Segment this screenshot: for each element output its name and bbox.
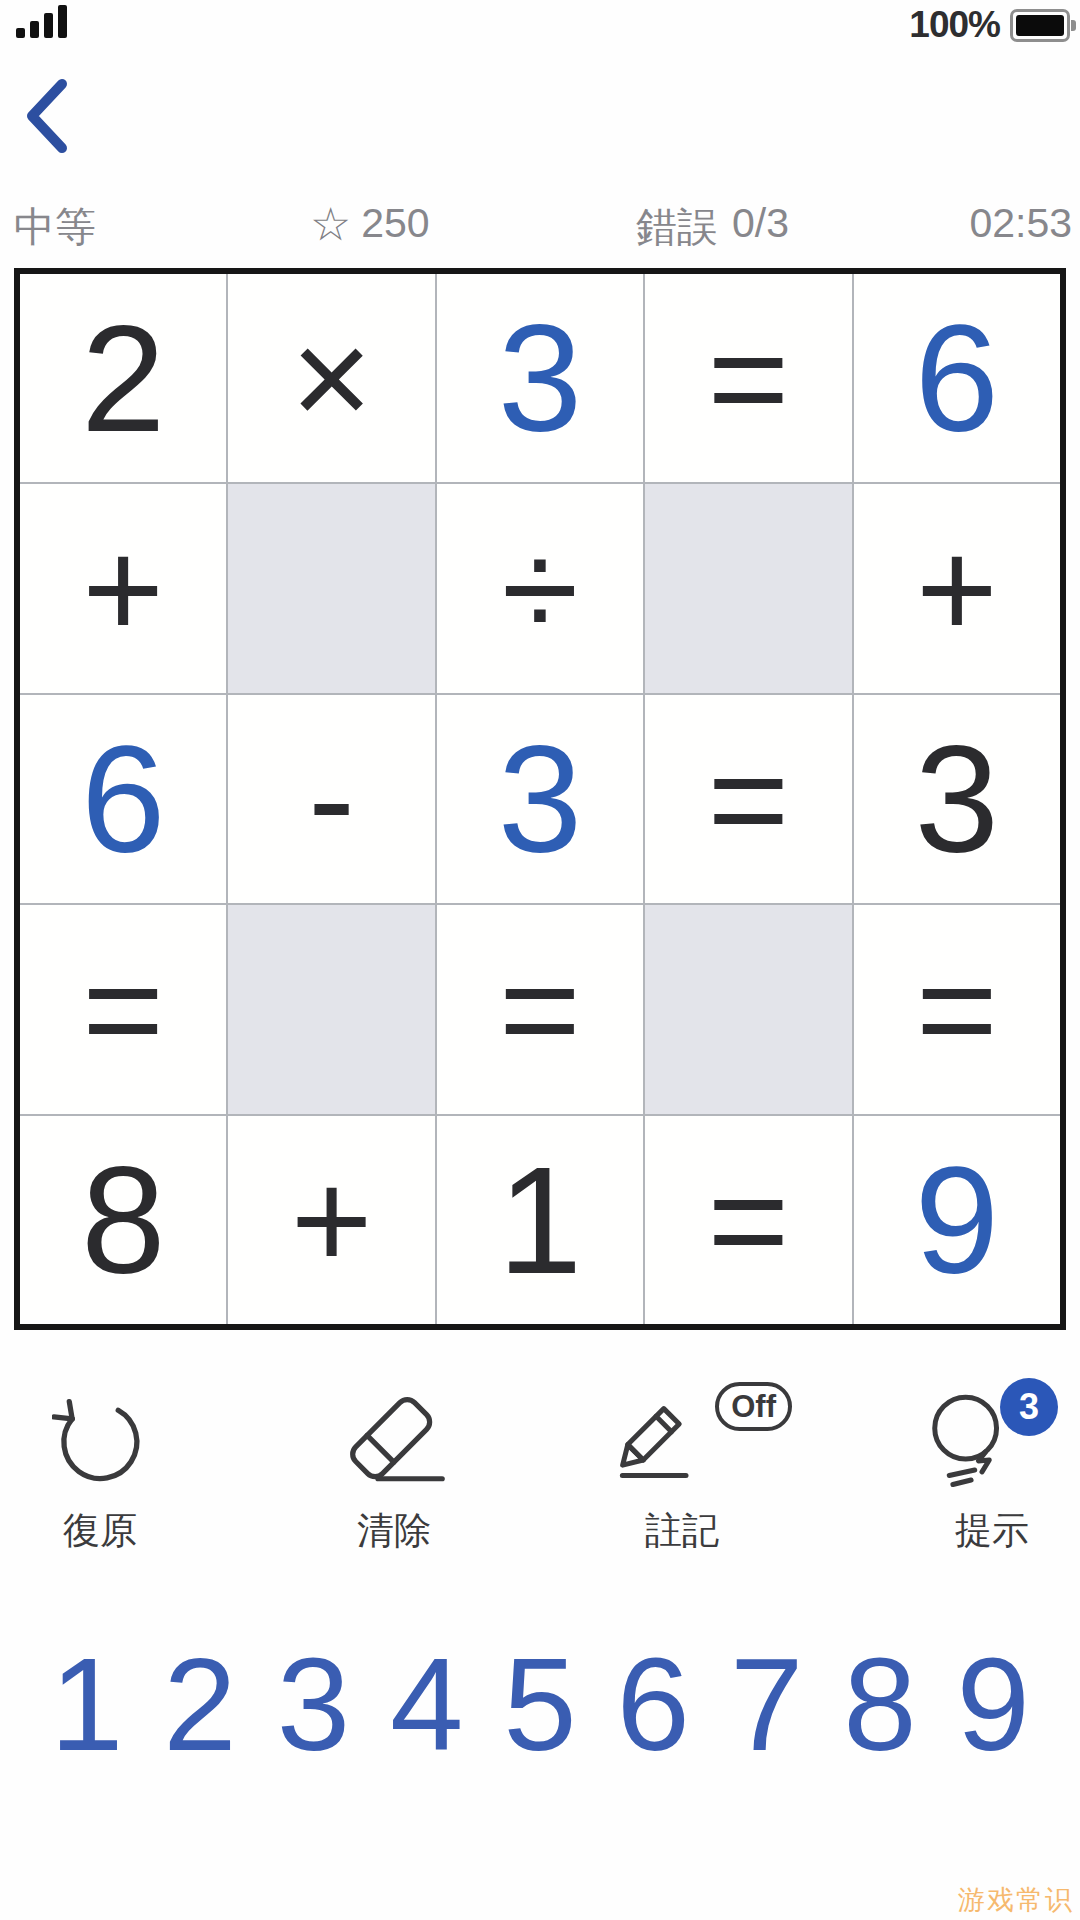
cell-r3c1[interactable]: 6 (20, 695, 226, 903)
back-button[interactable] (18, 74, 78, 158)
erase-button[interactable]: 清除 (314, 1388, 474, 1556)
battery-group: 100% (909, 4, 1070, 46)
erase-label: 清除 (357, 1506, 431, 1556)
watermark: 游戏常识 (958, 1882, 1074, 1918)
hint-label: 提示 (955, 1506, 1029, 1556)
numpad-key-8[interactable]: 8 (843, 1639, 916, 1771)
cell-r2c5: + (854, 484, 1060, 692)
cell-r5c3[interactable]: 1 (437, 1116, 643, 1324)
cell-r3c5[interactable]: 3 (854, 695, 1060, 903)
cell-r2c1: + (20, 484, 226, 692)
app-screen: 100% 中等 ☆ 250 錯誤 0/3 02:53 2 × 3 = 6 + ÷… (0, 0, 1080, 1920)
cell-r1c5[interactable]: 6 (854, 274, 1060, 482)
numpad-key-7[interactable]: 7 (730, 1639, 803, 1771)
mistakes-value: 0/3 (732, 200, 789, 255)
notes-button[interactable]: Off 註記 (602, 1388, 762, 1556)
battery-percent: 100% (909, 4, 1000, 46)
numpad-key-5[interactable]: 5 (503, 1639, 576, 1771)
difficulty-label: 中等 (14, 200, 96, 255)
cell-r4c5: = (854, 905, 1060, 1113)
cell-r1c4: = (645, 274, 851, 482)
mistakes-label: 錯誤 (636, 200, 718, 255)
cell-r2c3: ÷ (437, 484, 643, 692)
timer: 02:53 (969, 200, 1072, 247)
cell-r4c4 (645, 905, 851, 1113)
numpad-key-1[interactable]: 1 (50, 1639, 123, 1771)
cell-r1c3[interactable]: 3 (437, 274, 643, 482)
cell-r4c2 (228, 905, 434, 1113)
pencil-icon (606, 1390, 706, 1490)
puzzle-grid: 2 × 3 = 6 + ÷ + 6 - 3 = 3 = = = 8 + 1 = … (14, 268, 1066, 1330)
cell-r3c3[interactable]: 3 (437, 695, 643, 903)
cell-r3c4: = (645, 695, 851, 903)
numpad-key-3[interactable]: 3 (277, 1639, 350, 1771)
cell-r4c3: = (437, 905, 643, 1113)
cell-r5c1[interactable]: 8 (20, 1116, 226, 1324)
eraser-icon (342, 1390, 446, 1490)
star-icon: ☆ (310, 201, 351, 247)
cell-r1c2: × (228, 274, 434, 482)
toolbar: 復原 清除 (0, 1388, 1080, 1568)
status-bar: 100% (0, 0, 1080, 48)
cell-r1c1[interactable]: 2 (20, 274, 226, 482)
numpad: 1 2 3 4 5 6 7 8 9 (0, 1632, 1080, 1777)
cell-r4c1: = (20, 905, 226, 1113)
numpad-key-6[interactable]: 6 (617, 1639, 690, 1771)
notes-label: 註記 (645, 1506, 719, 1556)
battery-icon (1010, 9, 1070, 42)
game-header: 中等 ☆ 250 錯誤 0/3 02:53 (0, 196, 1080, 252)
cell-r5c5[interactable]: 9 (854, 1116, 1060, 1324)
undo-button[interactable]: 復原 (20, 1388, 180, 1556)
star-count: 250 (361, 200, 429, 247)
hint-button[interactable]: 3 提示 (912, 1388, 1072, 1556)
cell-r3c2: - (228, 695, 434, 903)
cell-r5c4: = (645, 1116, 851, 1324)
undo-label: 復原 (63, 1506, 137, 1556)
cell-r5c2: + (228, 1116, 434, 1324)
notes-off-badge: Off (715, 1382, 792, 1431)
undo-icon (52, 1392, 148, 1488)
hint-count-badge: 3 (1000, 1378, 1058, 1436)
numpad-key-2[interactable]: 2 (163, 1639, 236, 1771)
mistakes-counter: 錯誤 0/3 (636, 200, 789, 255)
signal-strength-icon (16, 4, 67, 38)
numpad-key-4[interactable]: 4 (390, 1639, 463, 1771)
numpad-key-9[interactable]: 9 (957, 1639, 1030, 1771)
cell-r2c4 (645, 484, 851, 692)
star-score: ☆ 250 (310, 200, 430, 247)
cell-r2c2 (228, 484, 434, 692)
back-chevron-icon (18, 74, 78, 158)
